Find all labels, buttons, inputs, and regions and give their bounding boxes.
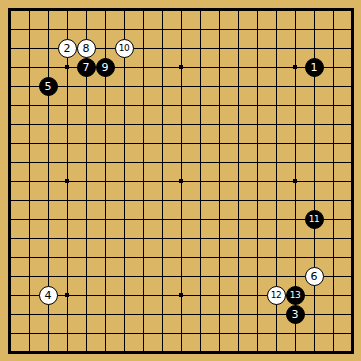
stone-2[interactable]: 2 [58, 39, 77, 58]
stones-layer: 12345678910111213 [1, 1, 361, 361]
stone-12[interactable]: 12 [267, 286, 286, 305]
stone-9[interactable]: 9 [96, 58, 115, 77]
stone-3[interactable]: 3 [286, 305, 305, 324]
stone-1[interactable]: 1 [305, 58, 324, 77]
stone-4[interactable]: 4 [39, 286, 58, 305]
stone-10[interactable]: 10 [115, 39, 134, 58]
go-board[interactable]: 12345678910111213 [0, 0, 361, 361]
stone-6[interactable]: 6 [305, 267, 324, 286]
stone-8[interactable]: 8 [77, 39, 96, 58]
stone-11[interactable]: 11 [305, 210, 324, 229]
stone-7[interactable]: 7 [77, 58, 96, 77]
stone-5[interactable]: 5 [39, 77, 58, 96]
stone-13[interactable]: 13 [286, 286, 305, 305]
